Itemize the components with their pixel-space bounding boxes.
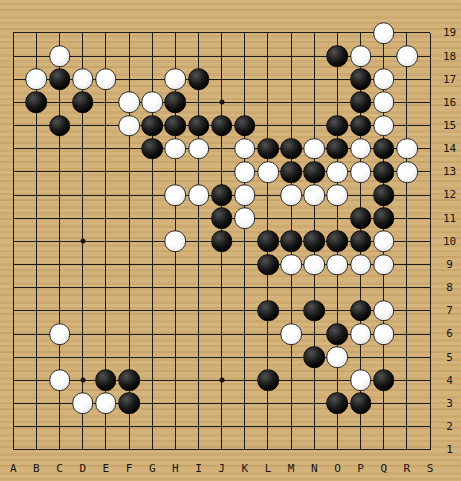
intersection-O11[interactable] [326,207,349,230]
intersection-D18[interactable] [71,45,94,68]
intersection-K2[interactable] [233,415,256,438]
intersection-J6[interactable] [210,322,233,345]
intersection-F3[interactable] [117,392,140,415]
intersection-R7[interactable] [395,299,418,322]
intersection-G5[interactable] [141,346,164,369]
intersection-D1[interactable] [71,438,94,461]
intersection-K19[interactable] [233,21,256,44]
intersection-B2[interactable] [25,415,48,438]
intersection-O8[interactable] [326,276,349,299]
intersection-J14[interactable] [210,137,233,160]
intersection-K5[interactable] [233,346,256,369]
intersection-J18[interactable] [210,45,233,68]
intersection-C19[interactable] [48,21,71,44]
intersection-Q5[interactable] [372,346,395,369]
intersection-C7[interactable] [48,299,71,322]
intersection-G11[interactable] [141,207,164,230]
intersection-G17[interactable] [141,68,164,91]
intersection-F6[interactable] [117,322,140,345]
intersection-O7[interactable] [326,299,349,322]
intersection-B9[interactable] [25,253,48,276]
intersection-E19[interactable] [94,21,117,44]
intersection-J2[interactable] [210,415,233,438]
intersection-H13[interactable] [164,160,187,183]
intersection-Q13[interactable] [372,160,395,183]
intersection-I5[interactable] [187,346,210,369]
intersection-M16[interactable] [280,91,303,114]
intersection-N4[interactable] [303,369,326,392]
intersection-C10[interactable] [48,230,71,253]
intersection-B12[interactable] [25,183,48,206]
intersection-G4[interactable] [141,369,164,392]
intersection-O15[interactable] [326,114,349,137]
intersection-N12[interactable] [303,183,326,206]
intersection-K7[interactable] [233,299,256,322]
intersection-B13[interactable] [25,160,48,183]
intersection-P7[interactable] [349,299,372,322]
intersection-C11[interactable] [48,207,71,230]
intersection-E14[interactable] [94,137,117,160]
intersection-B5[interactable] [25,346,48,369]
intersection-G3[interactable] [141,392,164,415]
intersection-M15[interactable] [280,114,303,137]
intersection-E11[interactable] [94,207,117,230]
intersection-C13[interactable] [48,160,71,183]
intersection-K4[interactable] [233,369,256,392]
intersection-Q1[interactable] [372,438,395,461]
intersection-O1[interactable] [326,438,349,461]
intersection-F2[interactable] [117,415,140,438]
intersection-E4[interactable] [94,369,117,392]
intersection-M12[interactable] [280,183,303,206]
intersection-E1[interactable] [94,438,117,461]
intersection-P8[interactable] [349,276,372,299]
intersection-A12[interactable] [2,183,25,206]
intersection-L11[interactable] [256,207,279,230]
intersection-K18[interactable] [233,45,256,68]
intersection-P18[interactable] [349,45,372,68]
intersection-H11[interactable] [164,207,187,230]
intersection-G6[interactable] [141,322,164,345]
intersection-N19[interactable] [303,21,326,44]
intersection-P14[interactable] [349,137,372,160]
intersection-Q11[interactable] [372,207,395,230]
intersection-H1[interactable] [164,438,187,461]
intersection-D7[interactable] [71,299,94,322]
intersection-F4[interactable] [117,369,140,392]
intersection-B16[interactable] [25,91,48,114]
intersection-M11[interactable] [280,207,303,230]
intersection-B15[interactable] [25,114,48,137]
intersection-R8[interactable] [395,276,418,299]
intersection-H17[interactable] [164,68,187,91]
intersection-D13[interactable] [71,160,94,183]
intersection-R19[interactable] [395,21,418,44]
intersection-J12[interactable] [210,183,233,206]
intersection-J9[interactable] [210,253,233,276]
intersection-B7[interactable] [25,299,48,322]
intersection-L7[interactable] [256,299,279,322]
intersection-K8[interactable] [233,276,256,299]
intersection-O5[interactable] [326,346,349,369]
intersection-M17[interactable] [280,68,303,91]
intersection-K16[interactable] [233,91,256,114]
intersection-A5[interactable] [2,346,25,369]
intersection-R17[interactable] [395,68,418,91]
intersection-I16[interactable] [187,91,210,114]
intersection-R6[interactable] [395,322,418,345]
intersection-N15[interactable] [303,114,326,137]
intersection-D8[interactable] [71,276,94,299]
intersection-M7[interactable] [280,299,303,322]
intersection-M6[interactable] [280,322,303,345]
intersection-J10[interactable] [210,230,233,253]
intersection-K14[interactable] [233,137,256,160]
intersection-E5[interactable] [94,346,117,369]
intersection-I8[interactable] [187,276,210,299]
intersection-J4[interactable] [210,369,233,392]
intersection-R1[interactable] [395,438,418,461]
intersection-G15[interactable] [141,114,164,137]
intersection-L3[interactable] [256,392,279,415]
intersection-C2[interactable] [48,415,71,438]
intersection-B6[interactable] [25,322,48,345]
intersection-B14[interactable] [25,137,48,160]
intersection-N11[interactable] [303,207,326,230]
intersection-H9[interactable] [164,253,187,276]
intersection-E12[interactable] [94,183,117,206]
intersection-R14[interactable] [395,137,418,160]
intersection-A11[interactable] [2,207,25,230]
intersection-F13[interactable] [117,160,140,183]
intersection-M4[interactable] [280,369,303,392]
intersection-D5[interactable] [71,346,94,369]
intersection-R4[interactable] [395,369,418,392]
intersection-N13[interactable] [303,160,326,183]
intersection-H2[interactable] [164,415,187,438]
intersection-O16[interactable] [326,91,349,114]
intersection-O18[interactable] [326,45,349,68]
intersection-O17[interactable] [326,68,349,91]
intersection-H7[interactable] [164,299,187,322]
intersection-G2[interactable] [141,415,164,438]
intersection-P19[interactable] [349,21,372,44]
intersection-E15[interactable] [94,114,117,137]
intersection-L5[interactable] [256,346,279,369]
intersection-L4[interactable] [256,369,279,392]
intersection-Q10[interactable] [372,230,395,253]
intersection-C9[interactable] [48,253,71,276]
intersection-D17[interactable] [71,68,94,91]
intersection-F7[interactable] [117,299,140,322]
intersection-I9[interactable] [187,253,210,276]
intersection-R2[interactable] [395,415,418,438]
intersection-H19[interactable] [164,21,187,44]
intersection-I15[interactable] [187,114,210,137]
intersection-L12[interactable] [256,183,279,206]
intersection-C4[interactable] [48,369,71,392]
intersection-G19[interactable] [141,21,164,44]
intersection-H4[interactable] [164,369,187,392]
intersection-I11[interactable] [187,207,210,230]
intersection-P4[interactable] [349,369,372,392]
intersection-G14[interactable] [141,137,164,160]
intersection-P1[interactable] [349,438,372,461]
intersection-I10[interactable] [187,230,210,253]
intersection-R11[interactable] [395,207,418,230]
intersection-I6[interactable] [187,322,210,345]
intersection-I14[interactable] [187,137,210,160]
intersection-H15[interactable] [164,114,187,137]
intersection-N1[interactable] [303,438,326,461]
intersection-B19[interactable] [25,21,48,44]
intersection-Q3[interactable] [372,392,395,415]
intersection-D19[interactable] [71,21,94,44]
intersection-A3[interactable] [2,392,25,415]
intersection-P16[interactable] [349,91,372,114]
intersection-O12[interactable] [326,183,349,206]
intersection-D12[interactable] [71,183,94,206]
intersection-H14[interactable] [164,137,187,160]
intersection-C14[interactable] [48,137,71,160]
intersection-P12[interactable] [349,183,372,206]
intersection-B3[interactable] [25,392,48,415]
intersection-J8[interactable] [210,276,233,299]
intersection-J13[interactable] [210,160,233,183]
intersection-G18[interactable] [141,45,164,68]
intersection-I17[interactable] [187,68,210,91]
intersection-A6[interactable] [2,322,25,345]
intersection-Q9[interactable] [372,253,395,276]
intersection-H18[interactable] [164,45,187,68]
intersection-E16[interactable] [94,91,117,114]
intersection-D6[interactable] [71,322,94,345]
intersection-M5[interactable] [280,346,303,369]
intersection-P5[interactable] [349,346,372,369]
intersection-A14[interactable] [2,137,25,160]
intersection-J5[interactable] [210,346,233,369]
intersection-B18[interactable] [25,45,48,68]
intersection-K11[interactable] [233,207,256,230]
intersection-B1[interactable] [25,438,48,461]
intersection-G16[interactable] [141,91,164,114]
intersection-G1[interactable] [141,438,164,461]
intersection-F1[interactable] [117,438,140,461]
intersection-G7[interactable] [141,299,164,322]
intersection-N10[interactable] [303,230,326,253]
intersection-O10[interactable] [326,230,349,253]
intersection-J7[interactable] [210,299,233,322]
intersection-B10[interactable] [25,230,48,253]
intersection-D14[interactable] [71,137,94,160]
intersection-O6[interactable] [326,322,349,345]
intersection-R13[interactable] [395,160,418,183]
intersection-J15[interactable] [210,114,233,137]
intersection-R12[interactable] [395,183,418,206]
intersection-J16[interactable] [210,91,233,114]
intersection-K1[interactable] [233,438,256,461]
intersection-L2[interactable] [256,415,279,438]
intersection-K6[interactable] [233,322,256,345]
intersection-G13[interactable] [141,160,164,183]
intersection-H10[interactable] [164,230,187,253]
intersection-N5[interactable] [303,346,326,369]
intersection-M10[interactable] [280,230,303,253]
intersection-A13[interactable] [2,160,25,183]
intersection-A19[interactable] [2,21,25,44]
intersection-M1[interactable] [280,438,303,461]
intersection-N16[interactable] [303,91,326,114]
intersection-O13[interactable] [326,160,349,183]
intersection-L17[interactable] [256,68,279,91]
intersection-J11[interactable] [210,207,233,230]
intersection-E6[interactable] [94,322,117,345]
intersection-A16[interactable] [2,91,25,114]
intersection-A18[interactable] [2,45,25,68]
intersection-E10[interactable] [94,230,117,253]
intersection-Q19[interactable] [372,21,395,44]
intersection-A2[interactable] [2,415,25,438]
intersection-K15[interactable] [233,114,256,137]
intersection-N14[interactable] [303,137,326,160]
intersection-A10[interactable] [2,230,25,253]
intersection-H12[interactable] [164,183,187,206]
intersection-D15[interactable] [71,114,94,137]
intersection-L13[interactable] [256,160,279,183]
intersection-N18[interactable] [303,45,326,68]
intersection-J19[interactable] [210,21,233,44]
intersection-L10[interactable] [256,230,279,253]
intersection-O9[interactable] [326,253,349,276]
intersection-E2[interactable] [94,415,117,438]
intersection-D2[interactable] [71,415,94,438]
intersection-A8[interactable] [2,276,25,299]
intersection-E3[interactable] [94,392,117,415]
intersection-N7[interactable] [303,299,326,322]
intersection-C15[interactable] [48,114,71,137]
intersection-M14[interactable] [280,137,303,160]
intersection-A1[interactable] [2,438,25,461]
intersection-L18[interactable] [256,45,279,68]
intersection-G8[interactable] [141,276,164,299]
intersection-Q12[interactable] [372,183,395,206]
intersection-R9[interactable] [395,253,418,276]
intersection-N2[interactable] [303,415,326,438]
intersection-G9[interactable] [141,253,164,276]
intersection-F11[interactable] [117,207,140,230]
intersection-F17[interactable] [117,68,140,91]
intersection-I12[interactable] [187,183,210,206]
intersection-O3[interactable] [326,392,349,415]
intersection-N17[interactable] [303,68,326,91]
intersection-P11[interactable] [349,207,372,230]
intersection-P2[interactable] [349,415,372,438]
intersection-I4[interactable] [187,369,210,392]
intersection-M9[interactable] [280,253,303,276]
intersection-M13[interactable] [280,160,303,183]
intersection-E8[interactable] [94,276,117,299]
intersection-C3[interactable] [48,392,71,415]
intersection-I1[interactable] [187,438,210,461]
intersection-C16[interactable] [48,91,71,114]
intersection-B8[interactable] [25,276,48,299]
intersection-A17[interactable] [2,68,25,91]
intersection-F19[interactable] [117,21,140,44]
intersection-L15[interactable] [256,114,279,137]
intersection-Q6[interactable] [372,322,395,345]
intersection-A7[interactable] [2,299,25,322]
intersection-O4[interactable] [326,369,349,392]
intersection-D9[interactable] [71,253,94,276]
intersection-F9[interactable] [117,253,140,276]
intersection-N8[interactable] [303,276,326,299]
intersection-I3[interactable] [187,392,210,415]
intersection-E17[interactable] [94,68,117,91]
intersection-K12[interactable] [233,183,256,206]
intersection-R18[interactable] [395,45,418,68]
intersection-D16[interactable] [71,91,94,114]
intersection-N9[interactable] [303,253,326,276]
intersection-R3[interactable] [395,392,418,415]
intersection-C5[interactable] [48,346,71,369]
intersection-D3[interactable] [71,392,94,415]
intersection-M2[interactable] [280,415,303,438]
intersection-P17[interactable] [349,68,372,91]
intersection-I7[interactable] [187,299,210,322]
intersection-F5[interactable] [117,346,140,369]
intersection-Q2[interactable] [372,415,395,438]
intersection-Q7[interactable] [372,299,395,322]
intersection-P10[interactable] [349,230,372,253]
intersection-R15[interactable] [395,114,418,137]
intersection-K17[interactable] [233,68,256,91]
intersection-P15[interactable] [349,114,372,137]
intersection-R5[interactable] [395,346,418,369]
intersection-B4[interactable] [25,369,48,392]
intersection-Q14[interactable] [372,137,395,160]
intersection-I18[interactable] [187,45,210,68]
intersection-L14[interactable] [256,137,279,160]
intersection-R16[interactable] [395,91,418,114]
intersection-M18[interactable] [280,45,303,68]
intersection-M8[interactable] [280,276,303,299]
intersection-D4[interactable] [71,369,94,392]
intersection-Q8[interactable] [372,276,395,299]
intersection-E13[interactable] [94,160,117,183]
intersection-G10[interactable] [141,230,164,253]
intersection-F10[interactable] [117,230,140,253]
intersection-F18[interactable] [117,45,140,68]
intersection-K13[interactable] [233,160,256,183]
intersection-K3[interactable] [233,392,256,415]
intersection-C12[interactable] [48,183,71,206]
intersection-D10[interactable] [71,230,94,253]
intersection-L1[interactable] [256,438,279,461]
intersection-J1[interactable] [210,438,233,461]
intersection-I19[interactable] [187,21,210,44]
intersection-B11[interactable] [25,207,48,230]
intersection-E9[interactable] [94,253,117,276]
intersection-C18[interactable] [48,45,71,68]
intersection-F14[interactable] [117,137,140,160]
intersection-H16[interactable] [164,91,187,114]
intersection-I2[interactable] [187,415,210,438]
intersection-K9[interactable] [233,253,256,276]
intersection-J3[interactable] [210,392,233,415]
intersection-R10[interactable] [395,230,418,253]
intersection-C8[interactable] [48,276,71,299]
intersection-L6[interactable] [256,322,279,345]
